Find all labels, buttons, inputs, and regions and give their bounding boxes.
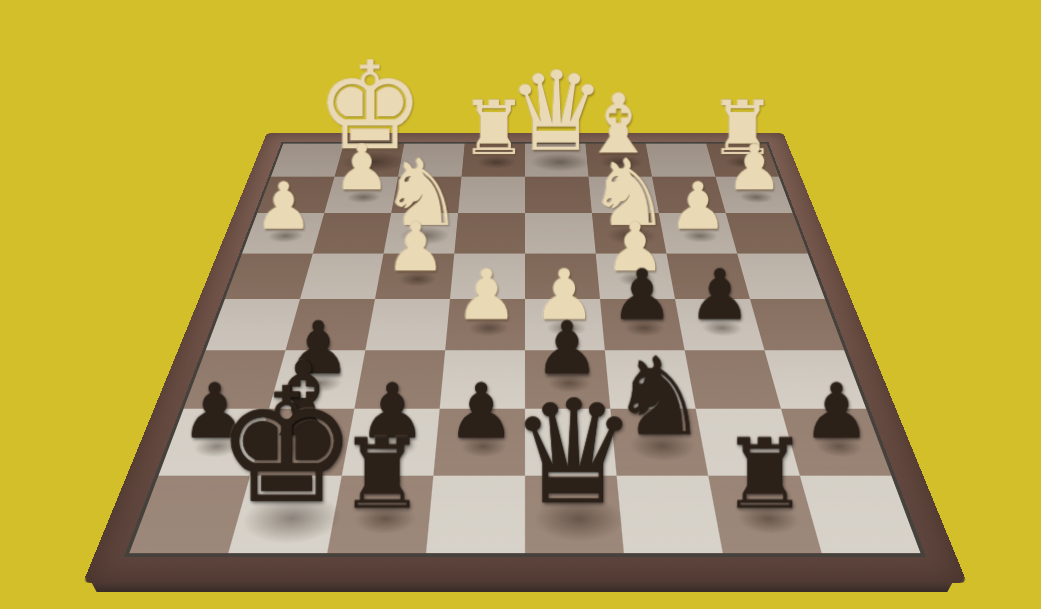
chess-board: ♚♜♛♝♜♟♟♟♞♞♟♟♟♟♟♟♟♟♟♟♝♟♟♞♟♚♜♛♜: [83, 133, 968, 583]
black-king-glyph: ♚: [215, 373, 357, 519]
black-pawn-glyph: ♟: [446, 376, 514, 446]
black-pawn-glyph: ♟: [802, 376, 870, 446]
white-pawn-glyph: ♟: [254, 176, 312, 236]
black-pawn-glyph: ♟: [610, 264, 673, 328]
white-pawn-glyph: ♟: [385, 217, 445, 279]
scene: ♚♜♛♝♜♟♟♟♞♞♟♟♟♟♟♟♟♟♟♟♝♟♟♞♟♚♜♛♜: [0, 0, 1041, 609]
black-rook-glyph: ♜: [721, 430, 808, 519]
black-pawn-glyph: ♟: [688, 264, 751, 328]
white-pawn-glyph: ♟: [668, 176, 726, 236]
white-rook-glyph: ♜: [460, 94, 527, 163]
pieces-layer: ♚♜♛♝♜♟♟♟♞♞♟♟♟♟♟♟♟♟♟♟♝♟♟♞♟♚♜♛♜: [129, 144, 920, 554]
black-queen-glyph: ♛: [508, 387, 637, 519]
white-pawn-glyph: ♟: [455, 264, 518, 328]
board-frame: ♚♜♛♝♜♟♟♟♞♞♟♟♟♟♟♟♟♟♟♟♝♟♟♞♟♚♜♛♜: [83, 133, 968, 583]
playing-area: ♚♜♛♝♜♟♟♟♞♞♟♟♟♟♟♟♟♟♟♟♝♟♟♞♟♚♜♛♜: [124, 142, 926, 556]
white-pawn-glyph: ♟: [726, 139, 783, 197]
